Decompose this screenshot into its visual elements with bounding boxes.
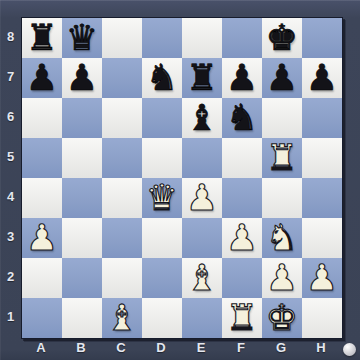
piece-white-bishop[interactable]: ♝	[106, 300, 138, 336]
piece-black-bishop[interactable]: ♝	[186, 100, 218, 136]
piece-white-pawn[interactable]: ♟	[266, 260, 298, 296]
square-d3[interactable]	[142, 218, 182, 258]
rank-label-3: 3	[0, 217, 21, 257]
file-label-e: E	[181, 338, 221, 360]
file-label-c: C	[101, 338, 141, 360]
rank-label-1: 1	[0, 297, 21, 337]
rank-label-2: 2	[0, 257, 21, 297]
piece-black-knight[interactable]: ♞	[146, 60, 178, 96]
square-h6[interactable]	[302, 98, 342, 138]
square-h1[interactable]	[302, 298, 342, 338]
square-e1[interactable]	[182, 298, 222, 338]
square-b1[interactable]	[62, 298, 102, 338]
piece-white-bishop[interactable]: ♝	[186, 260, 218, 296]
square-d5[interactable]	[142, 138, 182, 178]
square-e7[interactable]: ♜	[182, 58, 222, 98]
square-a6[interactable]	[22, 98, 62, 138]
square-h7[interactable]: ♟	[302, 58, 342, 98]
file-label-h: H	[301, 338, 341, 360]
square-h3[interactable]	[302, 218, 342, 258]
square-f7[interactable]: ♟	[222, 58, 262, 98]
square-f8[interactable]	[222, 18, 262, 58]
piece-white-pawn[interactable]: ♟	[186, 180, 218, 216]
square-d4[interactable]: ♛	[142, 178, 182, 218]
square-d7[interactable]: ♞	[142, 58, 182, 98]
square-c2[interactable]	[102, 258, 142, 298]
square-a7[interactable]: ♟	[22, 58, 62, 98]
square-e5[interactable]	[182, 138, 222, 178]
square-e3[interactable]	[182, 218, 222, 258]
file-labels: ABCDEFGH	[21, 338, 341, 360]
square-c3[interactable]	[102, 218, 142, 258]
square-g4[interactable]	[262, 178, 302, 218]
piece-white-rook[interactable]: ♜	[226, 300, 258, 336]
square-a4[interactable]	[22, 178, 62, 218]
piece-black-pawn[interactable]: ♟	[306, 60, 338, 96]
piece-black-rook[interactable]: ♜	[186, 60, 218, 96]
square-b3[interactable]	[62, 218, 102, 258]
piece-black-pawn[interactable]: ♟	[226, 60, 258, 96]
piece-black-pawn[interactable]: ♟	[26, 60, 58, 96]
square-g8[interactable]: ♚	[262, 18, 302, 58]
square-e6[interactable]: ♝	[182, 98, 222, 138]
piece-white-pawn[interactable]: ♟	[306, 260, 338, 296]
square-f2[interactable]	[222, 258, 262, 298]
square-e4[interactable]: ♟	[182, 178, 222, 218]
piece-black-knight[interactable]: ♞	[226, 100, 258, 136]
square-e2[interactable]: ♝	[182, 258, 222, 298]
piece-black-queen[interactable]: ♛	[66, 20, 98, 56]
piece-white-pawn[interactable]: ♟	[26, 220, 58, 256]
file-label-b: B	[61, 338, 101, 360]
piece-black-rook[interactable]: ♜	[26, 20, 58, 56]
square-g6[interactable]	[262, 98, 302, 138]
square-a1[interactable]	[22, 298, 62, 338]
square-b8[interactable]: ♛	[62, 18, 102, 58]
square-c5[interactable]	[102, 138, 142, 178]
square-c1[interactable]: ♝	[102, 298, 142, 338]
piece-black-pawn[interactable]: ♟	[266, 60, 298, 96]
chess-board: ♜♛♚♟♟♞♜♟♟♟♝♞♜♛♟♟♟♞♝♟♟♝♜♚	[21, 17, 343, 339]
rank-label-4: 4	[0, 177, 21, 217]
square-b6[interactable]	[62, 98, 102, 138]
square-b2[interactable]	[62, 258, 102, 298]
square-f1[interactable]: ♜	[222, 298, 262, 338]
file-label-d: D	[141, 338, 181, 360]
square-g7[interactable]: ♟	[262, 58, 302, 98]
square-d6[interactable]	[142, 98, 182, 138]
rank-label-6: 6	[0, 97, 21, 137]
square-g5[interactable]: ♜	[262, 138, 302, 178]
piece-white-knight[interactable]: ♞	[266, 220, 298, 256]
square-b5[interactable]	[62, 138, 102, 178]
square-h2[interactable]: ♟	[302, 258, 342, 298]
square-c4[interactable]	[102, 178, 142, 218]
file-label-a: A	[21, 338, 61, 360]
square-b7[interactable]: ♟	[62, 58, 102, 98]
rank-label-7: 7	[0, 57, 21, 97]
piece-white-pawn[interactable]: ♟	[226, 220, 258, 256]
rank-label-5: 5	[0, 137, 21, 177]
piece-white-queen[interactable]: ♛	[146, 180, 178, 216]
square-h8[interactable]	[302, 18, 342, 58]
piece-black-king[interactable]: ♚	[266, 20, 298, 56]
square-h4[interactable]	[302, 178, 342, 218]
square-f3[interactable]: ♟	[222, 218, 262, 258]
square-a5[interactable]	[22, 138, 62, 178]
square-h5[interactable]	[302, 138, 342, 178]
square-d2[interactable]	[142, 258, 182, 298]
piece-white-rook[interactable]: ♜	[266, 140, 298, 176]
square-d1[interactable]	[142, 298, 182, 338]
square-c8[interactable]	[102, 18, 142, 58]
square-e8[interactable]	[182, 18, 222, 58]
file-label-g: G	[261, 338, 301, 360]
square-g1[interactable]: ♚	[262, 298, 302, 338]
side-to-move-indicator	[343, 343, 356, 356]
square-c6[interactable]	[102, 98, 142, 138]
square-b4[interactable]	[62, 178, 102, 218]
square-a2[interactable]	[22, 258, 62, 298]
rank-label-8: 8	[0, 17, 21, 57]
piece-black-pawn[interactable]: ♟	[66, 60, 98, 96]
square-a8[interactable]: ♜	[22, 18, 62, 58]
square-f6[interactable]: ♞	[222, 98, 262, 138]
square-a3[interactable]: ♟	[22, 218, 62, 258]
square-c7[interactable]	[102, 58, 142, 98]
chess-diagram: ♜♛♚♟♟♞♜♟♟♟♝♞♜♛♟♟♟♞♝♟♟♝♜♚ 87654321 ABCDEF…	[0, 0, 360, 360]
square-g3[interactable]: ♞	[262, 218, 302, 258]
square-f4[interactable]	[222, 178, 262, 218]
rank-labels: 87654321	[0, 17, 21, 337]
square-g2[interactable]: ♟	[262, 258, 302, 298]
square-d8[interactable]	[142, 18, 182, 58]
square-f5[interactable]	[222, 138, 262, 178]
file-label-f: F	[221, 338, 261, 360]
piece-white-king[interactable]: ♚	[266, 300, 298, 336]
